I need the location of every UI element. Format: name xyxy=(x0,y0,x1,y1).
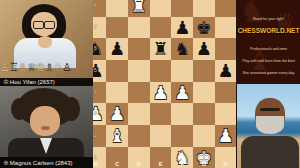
banner-brand: CHESSWORLD.NET xyxy=(237,27,300,35)
glasses xyxy=(33,21,55,27)
white-player-caption: ♔ Hou Yifan (2657) xyxy=(0,78,93,86)
square-h3 xyxy=(215,103,237,125)
square-f2 xyxy=(171,125,193,147)
square-g1: ♚G xyxy=(193,147,215,168)
mouth xyxy=(41,126,50,130)
glasses xyxy=(260,108,280,111)
square-d8: ♜ xyxy=(128,0,150,17)
black-p-piece: ♟ xyxy=(106,38,128,60)
file-label-h: H xyxy=(215,161,237,168)
square-f5 xyxy=(171,60,193,82)
file-label-d: D xyxy=(128,161,150,168)
banner-line4: See annotated games every day xyxy=(240,70,297,75)
white-p-piece: ♟ xyxy=(150,82,172,104)
square-e8 xyxy=(150,0,172,17)
players-panel: ♙♖♗♕♔♗♘♙ ♔ Hou Yifan (2657) ♚ Magnus Car… xyxy=(0,0,93,168)
chessworld-banner: ♞ ♛ ♝ Stand for your right! CHESSWORLD.N… xyxy=(237,0,300,84)
white-r-piece: ♜ xyxy=(128,0,150,17)
rank-label-5: 5 xyxy=(94,68,100,73)
square-h4 xyxy=(215,82,237,104)
file-label-f: F xyxy=(171,161,193,168)
square-h1: H xyxy=(215,147,237,168)
square-h7 xyxy=(215,17,237,39)
square-f4: ♟ xyxy=(171,82,193,104)
square-g5 xyxy=(193,60,215,82)
black-king-icon: ♚ xyxy=(3,159,9,167)
square-e7 xyxy=(150,17,172,39)
stream-frame: ♜♟♚♞♟♜♞♟♟♟♟♟♟♟♝♟ABCDE♞F♚GH87654321 ♙♖♗♕♔… xyxy=(0,0,300,168)
square-c5 xyxy=(106,60,128,82)
foreground-chess-pieces: ♙♖♗♕♔♗♘♙ xyxy=(0,58,93,78)
square-d5 xyxy=(128,60,150,82)
square-c1: C xyxy=(106,147,128,168)
shoulders xyxy=(241,136,299,168)
banner-tagline: Stand for your right! xyxy=(240,16,297,21)
rank-label-3: 3 xyxy=(94,111,100,116)
white-b-piece: ♝ xyxy=(106,125,128,147)
beard xyxy=(256,116,284,134)
black-player-caption: ♚ Magnus Carlsen (2843) xyxy=(0,157,93,168)
rank-label-1: 1 xyxy=(94,155,100,160)
square-f3 xyxy=(171,103,193,125)
square-e4: ♟ xyxy=(150,82,172,104)
hands xyxy=(38,36,52,48)
square-e6: ♜ xyxy=(150,38,172,60)
black-p-piece: ♟ xyxy=(171,17,193,39)
square-e5 xyxy=(150,60,172,82)
square-e2 xyxy=(150,125,172,147)
white-p-piece: ♟ xyxy=(106,103,128,125)
square-d3 xyxy=(128,103,150,125)
square-d7 xyxy=(128,17,150,39)
banner-line2: Professionals welcome xyxy=(240,46,297,51)
square-g4 xyxy=(193,82,215,104)
square-c7 xyxy=(106,17,128,39)
face xyxy=(30,106,60,136)
square-h6 xyxy=(215,38,237,60)
square-f6: ♞ xyxy=(171,38,193,60)
square-c4 xyxy=(106,82,128,104)
rank-label-2: 2 xyxy=(94,133,100,138)
black-p-piece: ♟ xyxy=(193,38,215,60)
white-p-piece: ♟ xyxy=(215,125,237,147)
rank-label-6: 6 xyxy=(94,46,100,51)
square-h8 xyxy=(215,0,237,17)
banner-line3: Play with and learn from the best xyxy=(240,58,297,63)
black-p-piece: ♟ xyxy=(215,60,237,82)
square-f7: ♟ xyxy=(171,17,193,39)
square-g7: ♚ xyxy=(193,17,215,39)
rank-label-8: 8 xyxy=(94,3,100,8)
square-c3: ♟ xyxy=(106,103,128,125)
file-label-g: G xyxy=(193,161,215,168)
square-f1: ♞F xyxy=(171,147,193,168)
square-c6: ♟ xyxy=(106,38,128,60)
black-player-label: Magnus Carlsen (2843) xyxy=(10,159,73,167)
photo-magnus-carlsen xyxy=(0,86,93,157)
white-player-label: Hou Yifan (2657) xyxy=(10,78,55,86)
square-d6 xyxy=(128,38,150,60)
square-h5: ♟ xyxy=(215,60,237,82)
square-e1: E xyxy=(150,147,172,168)
commentator-photo xyxy=(237,84,300,168)
black-r-piece: ♜ xyxy=(150,38,172,60)
square-g8 xyxy=(193,0,215,17)
square-h2: ♟ xyxy=(215,125,237,147)
square-f8 xyxy=(171,0,193,17)
file-label-c: C xyxy=(106,161,128,168)
square-g6: ♟ xyxy=(193,38,215,60)
photo-hou-yifan: ♙♖♗♕♔♗♘♙ xyxy=(0,0,93,78)
knight-watermark-icon: ♞ xyxy=(239,0,266,29)
square-g2 xyxy=(193,125,215,147)
square-d4 xyxy=(128,82,150,104)
square-c2: ♝ xyxy=(106,125,128,147)
square-g3 xyxy=(193,103,215,125)
square-d2 xyxy=(128,125,150,147)
square-e3 xyxy=(150,103,172,125)
white-p-piece: ♟ xyxy=(171,82,193,104)
white-king-icon: ♔ xyxy=(3,78,9,86)
rank-label-4: 4 xyxy=(94,90,100,95)
square-d1: D xyxy=(128,147,150,168)
rank-label-7: 7 xyxy=(94,25,100,30)
black-n-piece: ♞ xyxy=(171,38,193,60)
black-k-piece: ♚ xyxy=(193,17,215,39)
file-label-e: E xyxy=(150,161,172,168)
square-c8 xyxy=(106,0,128,17)
